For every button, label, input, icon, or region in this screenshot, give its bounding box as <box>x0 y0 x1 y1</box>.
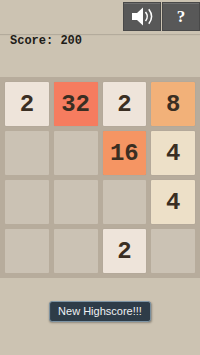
game-board[interactable]: 2322816442 <box>0 77 200 278</box>
empty-cell <box>54 229 98 273</box>
tile-2: 2 <box>5 82 49 126</box>
empty-cell <box>5 229 49 273</box>
tile-16: 16 <box>103 131 147 175</box>
toast-message: New Highscore!!! <box>58 305 142 317</box>
toolbar-buttons: ? <box>122 2 200 31</box>
speaker-on-icon <box>130 6 155 27</box>
tile-2: 2 <box>103 82 147 126</box>
app-window: Score: 200 Highscore: 200 ? 2322816442 N… <box>0 0 200 355</box>
tile-4: 4 <box>151 131 195 175</box>
empty-cell <box>54 180 98 224</box>
empty-cell <box>54 131 98 175</box>
sound-button[interactable] <box>123 2 161 31</box>
tile-32: 32 <box>54 82 98 126</box>
empty-cell <box>103 180 147 224</box>
empty-cell <box>5 131 49 175</box>
help-button[interactable]: ? <box>162 2 200 31</box>
question-mark-icon: ? <box>177 8 186 25</box>
top-bar: Score: 200 Highscore: 200 ? <box>0 0 200 34</box>
empty-cell <box>5 180 49 224</box>
toast: New Highscore!!! <box>49 301 151 322</box>
tile-8: 8 <box>151 82 195 126</box>
score-text: Score: 200 <box>10 34 111 48</box>
empty-cell <box>151 229 195 273</box>
tile-2: 2 <box>103 229 147 273</box>
tile-4: 4 <box>151 180 195 224</box>
